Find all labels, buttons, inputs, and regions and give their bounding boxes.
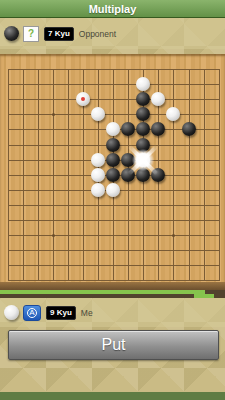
- white-stone: [136, 77, 150, 91]
- go-board[interactable]: [0, 54, 225, 290]
- opponent-stone-icon: [4, 26, 19, 41]
- black-stone: [106, 168, 120, 182]
- black-stone: [106, 153, 120, 167]
- white-stone: [91, 107, 105, 121]
- grid-line: [204, 69, 205, 281]
- my-stone-icon: [4, 305, 19, 320]
- black-stone: [136, 122, 150, 136]
- grid-line: [8, 69, 9, 281]
- grid-line: [219, 69, 220, 281]
- header-bar: Multiplay: [0, 0, 225, 18]
- white-stone: [106, 183, 120, 197]
- my-rank-badge: 9 Kyu: [46, 306, 76, 320]
- black-stone: [121, 168, 135, 182]
- grid-line: [38, 69, 39, 281]
- my-name: Me: [81, 308, 93, 318]
- opponent-player-bar: ? 7 Kyu Opponent: [0, 18, 225, 49]
- grid-line: [189, 69, 190, 281]
- black-stone: [136, 138, 150, 152]
- black-stone: [151, 122, 165, 136]
- opponent-name: Opponent: [79, 29, 116, 39]
- avatar-icon: A: [23, 305, 41, 321]
- avatar-glyph: A: [24, 307, 40, 318]
- grid-line: [68, 69, 69, 281]
- bottom-strip: [0, 392, 225, 400]
- grid-line: [173, 69, 174, 281]
- white-stone: [136, 153, 150, 167]
- my-player-bar: A 9 Kyu Me: [0, 298, 225, 327]
- star-point: [52, 234, 55, 237]
- white-stone: [91, 153, 105, 167]
- white-stone: [166, 107, 180, 121]
- app-screen: Multiplay ? 7 Kyu Opponent A 9 Kyu Me Pu…: [0, 0, 225, 400]
- black-stone: [151, 168, 165, 182]
- page-title: Multiplay: [89, 3, 137, 15]
- grid-line: [53, 69, 54, 281]
- black-stone: [136, 168, 150, 182]
- put-button[interactable]: Put: [8, 330, 219, 360]
- unknown-rank-box: ?: [23, 26, 39, 42]
- black-stone: [182, 122, 196, 136]
- black-stone: [106, 138, 120, 152]
- grid-line: [23, 69, 24, 281]
- star-point: [52, 113, 55, 116]
- black-stone: [136, 107, 150, 121]
- question-mark-icon: ?: [28, 29, 34, 39]
- white-stone: [91, 168, 105, 182]
- black-stone: [121, 122, 135, 136]
- white-stone: [106, 122, 120, 136]
- white-stone: [91, 183, 105, 197]
- black-stone: [136, 92, 150, 106]
- board-bottom-edge: [0, 282, 225, 290]
- black-stone: [121, 153, 135, 167]
- opponent-rank-badge: 7 Kyu: [44, 27, 74, 41]
- put-button-label: Put: [101, 336, 125, 354]
- white-stone: [151, 92, 165, 106]
